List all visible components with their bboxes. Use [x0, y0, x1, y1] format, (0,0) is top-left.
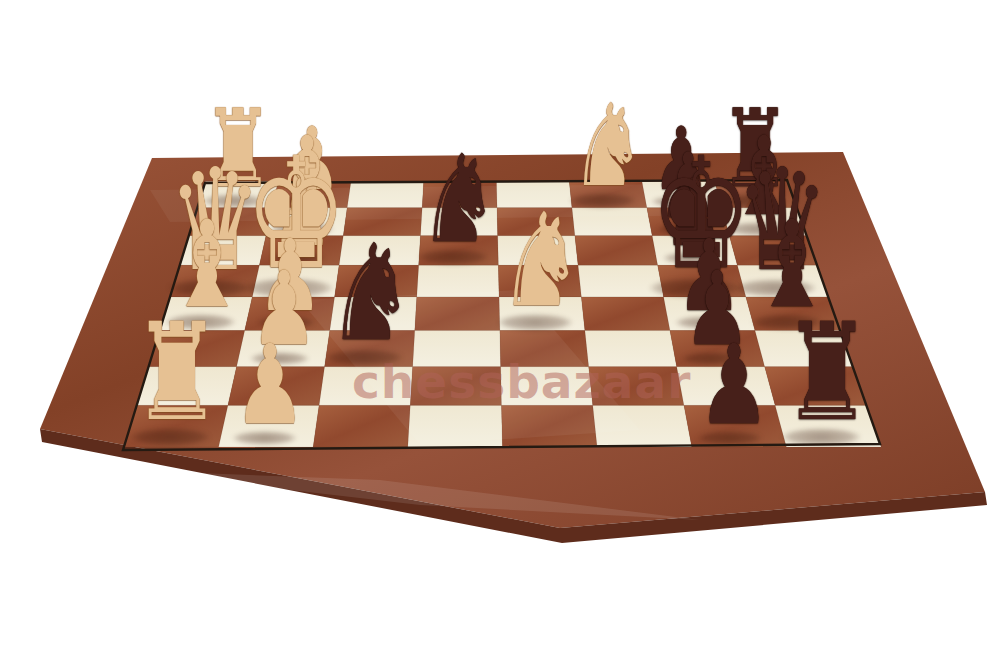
piece-black-rook-h8: ♜ [767, 305, 888, 440]
pawn-glyph: ♟ [698, 330, 771, 440]
square-f6 [585, 331, 677, 367]
piece-white-rook-h1: ♜ [116, 305, 237, 440]
piece-black-knight-f3: ♞ [311, 227, 430, 360]
piece-white-knight-e5: ♞ [483, 196, 599, 325]
rook-glyph: ♜ [782, 305, 872, 440]
pawn-glyph: ♟ [233, 330, 306, 440]
rook-glyph: ♜ [132, 305, 222, 440]
chessboard-product-photo: chessbazaar ♜♟♞♝♟♛♚♝♟♞♟♟♜♜♟♝♟♟♞♚♛♝♟♞♟♟♜ [0, 0, 1000, 667]
knight-glyph: ♞ [499, 196, 585, 325]
knight-glyph: ♞ [326, 227, 414, 360]
